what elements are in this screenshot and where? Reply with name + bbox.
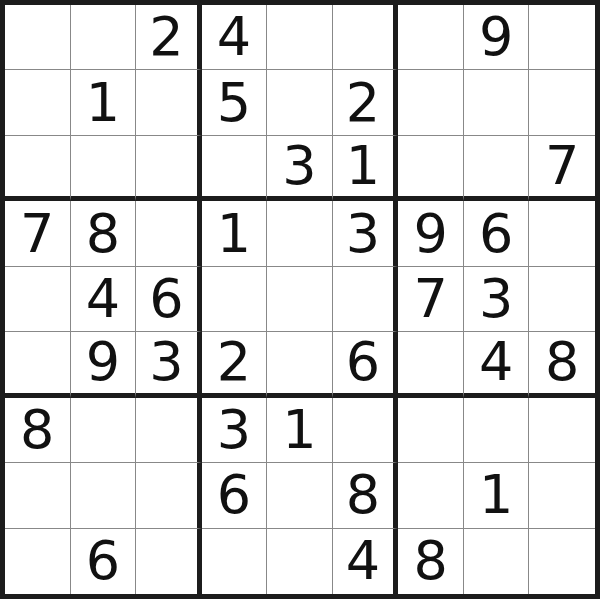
cell-r2c3[interactable] — [136, 70, 202, 135]
cell-r3c1[interactable] — [5, 136, 71, 201]
cell-r7c3[interactable] — [136, 398, 202, 463]
given-digit-r8c6[interactable]: 8 — [333, 463, 399, 528]
given-digit-r1c4[interactable]: 4 — [202, 5, 268, 70]
cell-r4c3[interactable] — [136, 201, 202, 266]
cell-r5c4[interactable] — [202, 267, 268, 332]
cell-r2c9[interactable] — [529, 70, 595, 135]
given-digit-r2c4[interactable]: 5 — [202, 70, 268, 135]
cell-r5c6[interactable] — [333, 267, 399, 332]
given-digit-r6c9[interactable]: 8 — [529, 332, 595, 397]
given-digit-r5c8[interactable]: 3 — [464, 267, 530, 332]
cell-r2c5[interactable] — [267, 70, 333, 135]
cell-r3c8[interactable] — [464, 136, 530, 201]
given-digit-r3c6[interactable]: 1 — [333, 136, 399, 201]
cell-r6c1[interactable] — [5, 332, 71, 397]
cell-r4c5[interactable] — [267, 201, 333, 266]
cell-r1c1[interactable] — [5, 5, 71, 70]
cell-r7c9[interactable] — [529, 398, 595, 463]
given-digit-r3c5[interactable]: 3 — [267, 136, 333, 201]
given-digit-r7c5[interactable]: 1 — [267, 398, 333, 463]
cell-r3c3[interactable] — [136, 136, 202, 201]
cell-r2c1[interactable] — [5, 70, 71, 135]
given-digit-r4c8[interactable]: 6 — [464, 201, 530, 266]
given-digit-r8c4[interactable]: 6 — [202, 463, 268, 528]
cell-r5c1[interactable] — [5, 267, 71, 332]
given-digit-r3c9[interactable]: 7 — [529, 136, 595, 201]
cell-r8c1[interactable] — [5, 463, 71, 528]
given-digit-r4c6[interactable]: 3 — [333, 201, 399, 266]
cell-r1c7[interactable] — [398, 5, 464, 70]
cell-r7c6[interactable] — [333, 398, 399, 463]
given-digit-r5c7[interactable]: 7 — [398, 267, 464, 332]
given-digit-r9c6[interactable]: 4 — [333, 529, 399, 594]
given-digit-r4c7[interactable]: 9 — [398, 201, 464, 266]
cell-r1c5[interactable] — [267, 5, 333, 70]
cell-r6c5[interactable] — [267, 332, 333, 397]
given-digit-r5c3[interactable]: 6 — [136, 267, 202, 332]
given-digit-r7c1[interactable]: 8 — [5, 398, 71, 463]
cell-r7c8[interactable] — [464, 398, 530, 463]
cell-r3c4[interactable] — [202, 136, 268, 201]
cell-r5c5[interactable] — [267, 267, 333, 332]
cell-r9c1[interactable] — [5, 529, 71, 594]
cell-r3c7[interactable] — [398, 136, 464, 201]
given-digit-r4c4[interactable]: 1 — [202, 201, 268, 266]
cell-r2c8[interactable] — [464, 70, 530, 135]
cell-r3c2[interactable] — [71, 136, 137, 201]
given-digit-r6c8[interactable]: 4 — [464, 332, 530, 397]
given-digit-r9c7[interactable]: 8 — [398, 529, 464, 594]
cell-r1c2[interactable] — [71, 5, 137, 70]
cell-r8c2[interactable] — [71, 463, 137, 528]
given-digit-r5c2[interactable]: 4 — [71, 267, 137, 332]
given-digit-r4c1[interactable]: 7 — [5, 201, 71, 266]
cell-r2c7[interactable] — [398, 70, 464, 135]
cell-r9c3[interactable] — [136, 529, 202, 594]
cell-r9c8[interactable] — [464, 529, 530, 594]
cell-r7c7[interactable] — [398, 398, 464, 463]
cell-r4c9[interactable] — [529, 201, 595, 266]
given-digit-r9c2[interactable]: 6 — [71, 529, 137, 594]
sudoku-board: 2491523177813964673932648831681648 — [0, 0, 600, 599]
given-digit-r6c6[interactable]: 6 — [333, 332, 399, 397]
given-digit-r8c8[interactable]: 1 — [464, 463, 530, 528]
given-digit-r4c2[interactable]: 8 — [71, 201, 137, 266]
cell-r8c9[interactable] — [529, 463, 595, 528]
cell-r7c2[interactable] — [71, 398, 137, 463]
cell-r5c9[interactable] — [529, 267, 595, 332]
cell-r8c3[interactable] — [136, 463, 202, 528]
cell-r9c5[interactable] — [267, 529, 333, 594]
given-digit-r2c2[interactable]: 1 — [71, 70, 137, 135]
cell-r8c5[interactable] — [267, 463, 333, 528]
cell-r9c9[interactable] — [529, 529, 595, 594]
cell-r1c6[interactable] — [333, 5, 399, 70]
given-digit-r6c4[interactable]: 2 — [202, 332, 268, 397]
cell-r1c9[interactable] — [529, 5, 595, 70]
given-digit-r2c6[interactable]: 2 — [333, 70, 399, 135]
given-digit-r6c3[interactable]: 3 — [136, 332, 202, 397]
cell-r9c4[interactable] — [202, 529, 268, 594]
cell-r8c7[interactable] — [398, 463, 464, 528]
given-digit-r1c3[interactable]: 2 — [136, 5, 202, 70]
given-digit-r1c8[interactable]: 9 — [464, 5, 530, 70]
given-digit-r7c4[interactable]: 3 — [202, 398, 268, 463]
cell-r6c7[interactable] — [398, 332, 464, 397]
given-digit-r6c2[interactable]: 9 — [71, 332, 137, 397]
